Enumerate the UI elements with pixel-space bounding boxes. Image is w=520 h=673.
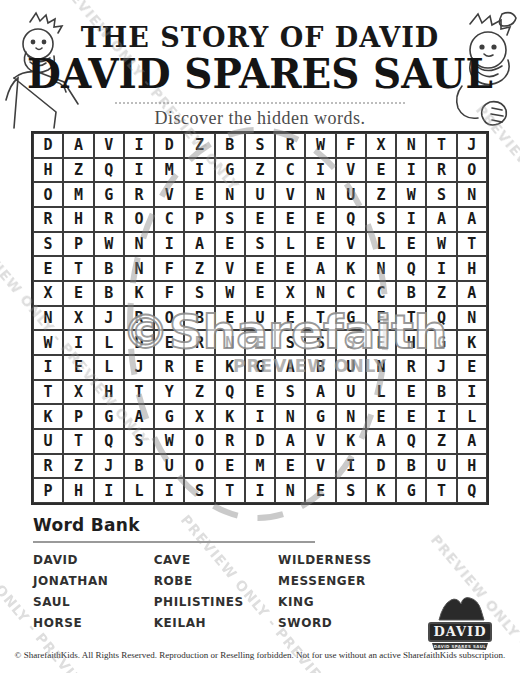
grid-cell-r10c10: B [305, 355, 335, 380]
grid-cell-r11c11: U [336, 380, 366, 405]
grid-cell-r9c2: I [63, 330, 93, 355]
grid-cell-r2c2: Z [63, 158, 93, 183]
grid-cell-r1c1: D [33, 133, 63, 158]
grid-cell-r3c6: E [184, 182, 214, 207]
grid-cell-r7c4: K [124, 281, 154, 306]
grid-cell-r11c4: T [124, 380, 154, 405]
grid-cell-r6c5: F [154, 256, 184, 281]
grid-cell-r2c4: I [124, 158, 154, 183]
dotted-divider [115, 102, 405, 104]
grid-cell-r7c13: B [396, 281, 426, 306]
grid-cell-r5c12: L [366, 232, 396, 257]
grid-cell-r6c9: E [275, 256, 305, 281]
grid-cell-r9c4: D [124, 330, 154, 355]
grid-cell-r6c10: A [305, 256, 335, 281]
grid-cell-r5c9: L [275, 232, 305, 257]
logo-name: DAVID [428, 622, 492, 642]
grid-cell-r11c9: S [275, 380, 305, 405]
logo-banner: DAVID SPARES SAUL [432, 643, 488, 650]
sharefaith-david-logo: DAVID DAVID SPARES SAUL [427, 596, 493, 654]
grid-cell-r1c15: J [457, 133, 487, 158]
grid-cell-r5c3: W [94, 232, 124, 257]
grid-cell-r3c9: V [275, 182, 305, 207]
word-bank-column: CAVEROBEPHILISTINESKEILAH [154, 553, 278, 630]
grid-cell-r14c9: E [275, 454, 305, 479]
word-bank-word: KEILAH [154, 616, 278, 630]
grid-cell-r9c7: N [215, 330, 245, 355]
grid-cell-r14c1: R [33, 454, 63, 479]
grid-cell-r13c12: A [366, 429, 396, 454]
grid-cell-r4c8: E [245, 207, 275, 232]
grid-cell-r9c9: S [275, 330, 305, 355]
grid-cell-r7c2: E [63, 281, 93, 306]
grid-cell-r3c2: M [63, 182, 93, 207]
grid-cell-r11c1: T [33, 380, 63, 405]
grid-cell-r8c11: G [336, 306, 366, 331]
grid-cell-r4c9: E [275, 207, 305, 232]
grid-cell-r11c13: E [396, 380, 426, 405]
grid-cell-r14c13: B [396, 454, 426, 479]
grid-cell-r5c8: S [245, 232, 275, 257]
grid-cell-r5c10: E [305, 232, 335, 257]
grid-cell-r5c6: A [184, 232, 214, 257]
grid-cell-r9c10: S [305, 330, 335, 355]
grid-cell-r14c6: O [184, 454, 214, 479]
grid-cell-r1c8: S [245, 133, 275, 158]
grid-cell-r4c10: E [305, 207, 335, 232]
grid-cell-r15c9: N [275, 478, 305, 503]
grid-cell-r8c12: F [366, 306, 396, 331]
grid-cell-r8c13: T [396, 306, 426, 331]
grid-cell-r7c10: N [305, 281, 335, 306]
grid-cell-r12c6: X [184, 404, 214, 429]
grid-cell-r3c4: R [124, 182, 154, 207]
grid-cell-r3c5: V [154, 182, 184, 207]
word-bank-column: DAVIDJONATHANSAULHORSE [33, 553, 154, 630]
grid-cell-r3c3: G [94, 182, 124, 207]
word-bank-word: JONATHAN [33, 574, 154, 588]
grid-cell-r10c7: K [215, 355, 245, 380]
grid-cell-r15c8: I [245, 478, 275, 503]
grid-cell-r8c14: Q [426, 306, 456, 331]
grid-cell-r7c1: X [33, 281, 63, 306]
grid-cell-r8c2: X [63, 306, 93, 331]
logo-emblem-icon [433, 596, 487, 622]
grid-cell-r10c3: L [94, 355, 124, 380]
grid-cell-r2c1: H [33, 158, 63, 183]
grid-cell-r2c9: C [275, 158, 305, 183]
grid-cell-r13c6: O [184, 429, 214, 454]
grid-cell-r13c2: T [63, 429, 93, 454]
grid-cell-r1c9: R [275, 133, 305, 158]
word-bank-word: KING [278, 595, 393, 609]
grid-cell-r10c14: J [426, 355, 456, 380]
grid-cell-r1c7: B [215, 133, 245, 158]
grid-cell-r7c5: F [154, 281, 184, 306]
grid-cell-r1c6: Z [184, 133, 214, 158]
grid-cell-r4c13: I [396, 207, 426, 232]
word-bank-column: WILDERNESSMESSENGERKINGSWORD [278, 553, 393, 630]
grid-cell-r8c6: B [184, 306, 214, 331]
grid-cell-r14c3: J [94, 454, 124, 479]
grid-cell-r4c7: S [215, 207, 245, 232]
grid-cell-r12c7: K [215, 404, 245, 429]
grid-cell-r13c10: V [305, 429, 335, 454]
grid-cell-r13c9: A [275, 429, 305, 454]
grid-cell-r2c13: I [396, 158, 426, 183]
word-bank-word: MESSENGER [278, 574, 393, 588]
grid-cell-r15c2: H [63, 478, 93, 503]
grid-cell-r4c11: Q [336, 207, 366, 232]
grid-cell-r14c4: B [124, 454, 154, 479]
word-bank-word: CAVE [154, 553, 278, 567]
word-bank-heading: Word Bank [33, 515, 393, 535]
grid-cell-r1c13: N [396, 133, 426, 158]
grid-cell-r2c15: O [457, 158, 487, 183]
grid-cell-r2c6: I [184, 158, 214, 183]
grid-cell-r15c10: E [305, 478, 335, 503]
grid-cell-r5c13: E [396, 232, 426, 257]
grid-cell-r12c8: I [245, 404, 275, 429]
grid-cell-r1c12: X [366, 133, 396, 158]
grid-cell-r15c7: T [215, 478, 245, 503]
grid-cell-r5c15: T [457, 232, 487, 257]
grid-cell-r7c6: S [184, 281, 214, 306]
grid-cell-r4c14: A [426, 207, 456, 232]
grid-cell-r6c8: E [245, 256, 275, 281]
grid-cell-r14c2: Z [63, 454, 93, 479]
grid-cell-r10c2: E [63, 355, 93, 380]
grid-cell-r13c14: Z [426, 429, 456, 454]
grid-cell-r12c15: L [457, 404, 487, 429]
grid-cell-r12c3: G [94, 404, 124, 429]
grid-cell-r8c3: J [94, 306, 124, 331]
grid-cell-r10c15: E [457, 355, 487, 380]
grid-cell-r8c1: N [33, 306, 63, 331]
grid-cell-r9c11: S [336, 330, 366, 355]
grid-cell-r10c8: G [245, 355, 275, 380]
grid-cell-r3c12: Z [366, 182, 396, 207]
grid-cell-r5c5: I [154, 232, 184, 257]
grid-cell-r7c8: E [245, 281, 275, 306]
word-search-grid: DAVIDZBSRWFXNTJHZQIMIGZCIVEIROOMGRVENUVN… [31, 131, 489, 505]
grid-cell-r9c1: W [33, 330, 63, 355]
word-bank-word: PHILISTINES [154, 595, 278, 609]
grid-cell-r13c13: Q [396, 429, 426, 454]
grid-cell-r10c11: U [336, 355, 366, 380]
grid-cell-r14c12: D [366, 454, 396, 479]
grid-cell-r3c15: N [457, 182, 487, 207]
grid-cell-r4c2: H [63, 207, 93, 232]
grid-cell-r4c6: P [184, 207, 214, 232]
grid-cell-r6c11: K [336, 256, 366, 281]
grid-cell-r7c12: C [366, 281, 396, 306]
grid-cell-r7c3: B [94, 281, 124, 306]
grid-cell-r9c8: E [245, 330, 275, 355]
grid-cell-r4c12: S [366, 207, 396, 232]
worksheet-page: THE STORY OF DAVID DAVID SPARES SAUL Dis… [0, 0, 520, 673]
grid-cell-r8c9: E [275, 306, 305, 331]
grid-cell-r15c15: Q [457, 478, 487, 503]
grid-cell-r12c1: K [33, 404, 63, 429]
grid-cell-r4c5: C [154, 207, 184, 232]
grid-cell-r1c10: W [305, 133, 335, 158]
word-bank-word: DAVID [33, 553, 154, 567]
grid-cell-r9c15: K [457, 330, 487, 355]
grid-cell-r1c2: A [63, 133, 93, 158]
grid-cell-r3c8: U [245, 182, 275, 207]
word-bank-divider [33, 541, 315, 543]
grid-cell-r4c1: R [33, 207, 63, 232]
grid-cell-r4c4: O [124, 207, 154, 232]
grid-cell-r6c1: E [33, 256, 63, 281]
header: THE STORY OF DAVID DAVID SPARES SAUL Dis… [0, 24, 520, 129]
grid-cell-r11c10: A [305, 380, 335, 405]
grid-cell-r5c2: P [63, 232, 93, 257]
grid-cell-r10c9: A [275, 355, 305, 380]
grid-cell-r15c12: K [366, 478, 396, 503]
grid-cell-r8c15: N [457, 306, 487, 331]
grid-cell-r12c13: E [396, 404, 426, 429]
grid-cell-r6c7: V [215, 256, 245, 281]
grid-cell-r11c7: Q [215, 380, 245, 405]
grid-cell-r12c5: G [154, 404, 184, 429]
page-subtitle-heading: DAVID SPARES SAUL [0, 51, 520, 96]
grid-cell-r6c6: Z [184, 256, 214, 281]
grid-cell-r10c5: R [154, 355, 184, 380]
copyright-text: © SharefaithKids. All Rights Reserved. R… [0, 650, 520, 660]
grid-cell-r2c8: Z [245, 158, 275, 183]
grid-cell-r3c7: N [215, 182, 245, 207]
grid-cell-r13c5: W [154, 429, 184, 454]
grid-cell-r12c4: A [124, 404, 154, 429]
grid-cell-r1c4: I [124, 133, 154, 158]
grid-cell-r6c13: Q [396, 256, 426, 281]
grid-cell-r12c12: E [366, 404, 396, 429]
grid-cell-r15c14: T [426, 478, 456, 503]
grid-cell-r2c3: Q [94, 158, 124, 183]
grid-cell-r11c15: I [457, 380, 487, 405]
grid-cell-r14c10: V [305, 454, 335, 479]
grid-cell-r11c5: Y [154, 380, 184, 405]
word-bank-word: ROBE [154, 574, 278, 588]
grid-cell-r2c10: I [305, 158, 335, 183]
grid-cell-r2c7: G [215, 158, 245, 183]
grid-cell-r13c11: K [336, 429, 366, 454]
grid-cell-r7c14: Z [426, 281, 456, 306]
instructions-text: Discover the hidden words. [0, 108, 520, 129]
word-bank-word: WILDERNESS [278, 553, 393, 567]
grid-cell-r5c11: V [336, 232, 366, 257]
grid-cell-r9c6: R [184, 330, 214, 355]
grid-cell-r2c12: E [366, 158, 396, 183]
grid-cell-r6c12: N [366, 256, 396, 281]
grid-cell-r5c14: W [426, 232, 456, 257]
grid-cell-r11c3: H [94, 380, 124, 405]
word-bank-word: SWORD [278, 616, 393, 630]
word-bank-word: SAUL [33, 595, 154, 609]
grid-cell-r10c4: J [124, 355, 154, 380]
grid-cell-r11c8: E [245, 380, 275, 405]
grid-cell-r12c14: I [426, 404, 456, 429]
grid-cell-r15c6: S [184, 478, 214, 503]
grid-cell-r7c9: X [275, 281, 305, 306]
grid-cell-r13c7: R [215, 429, 245, 454]
grid-cell-r13c15: A [457, 429, 487, 454]
grid-cell-r12c9: N [275, 404, 305, 429]
grid-cell-r7c11: C [336, 281, 366, 306]
grid-cell-r8c4: R [124, 306, 154, 331]
grid-cell-r10c13: R [396, 355, 426, 380]
grid-cell-r1c11: F [336, 133, 366, 158]
grid-cell-r11c12: L [366, 380, 396, 405]
grid-cell-r14c5: U [154, 454, 184, 479]
grid-cell-r8c10: T [305, 306, 335, 331]
grid-cell-r14c14: U [426, 454, 456, 479]
grid-cell-r13c3: Q [94, 429, 124, 454]
grid-cell-r9c12: E [366, 330, 396, 355]
grid-cell-r15c4: L [124, 478, 154, 503]
grid-cell-r14c8: M [245, 454, 275, 479]
grid-cell-r1c3: V [94, 133, 124, 158]
grid-cell-r5c4: N [124, 232, 154, 257]
grid-cell-r8c8: U [245, 306, 275, 331]
grid-cell-r15c11: S [336, 478, 366, 503]
grid-cell-r13c8: D [245, 429, 275, 454]
grid-cell-r15c13: G [396, 478, 426, 503]
grid-cell-r11c14: B [426, 380, 456, 405]
grid-cell-r2c14: R [426, 158, 456, 183]
grid-cell-r1c14: T [426, 133, 456, 158]
grid-cell-r3c11: U [336, 182, 366, 207]
grid-cell-r1c5: D [154, 133, 184, 158]
grid-cell-r6c14: I [426, 256, 456, 281]
grid-cell-r2c11: V [336, 158, 366, 183]
grid-cell-r11c2: X [63, 380, 93, 405]
grid-cell-r14c7: E [215, 454, 245, 479]
grid-cell-r14c15: H [457, 454, 487, 479]
grid-cell-r5c7: E [215, 232, 245, 257]
grid-cell-r6c15: H [457, 256, 487, 281]
grid-cell-r13c4: S [124, 429, 154, 454]
word-bank-word: HORSE [33, 616, 154, 630]
grid-cell-r12c10: G [305, 404, 335, 429]
grid-cell-r4c3: R [94, 207, 124, 232]
grid-cell-r8c7: E [215, 306, 245, 331]
grid-cell-r3c1: O [33, 182, 63, 207]
grid-cell-r10c12: N [366, 355, 396, 380]
grid-cell-r9c5: E [154, 330, 184, 355]
grid-cell-r4c15: A [457, 207, 487, 232]
grid-cell-r15c3: I [94, 478, 124, 503]
grid-cell-r15c5: I [154, 478, 184, 503]
grid-cell-r15c1: P [33, 478, 63, 503]
grid-cell-r8c5: O [154, 306, 184, 331]
grid-cell-r9c3: L [94, 330, 124, 355]
grid-cell-r2c5: M [154, 158, 184, 183]
grid-cell-r14c11: I [336, 454, 366, 479]
grid-cell-r10c6: E [184, 355, 214, 380]
word-bank: Word Bank DAVIDJONATHANSAULHORSECAVEROBE… [33, 515, 393, 630]
grid-cell-r3c14: S [426, 182, 456, 207]
grid-cell-r12c11: N [336, 404, 366, 429]
grid-cell-r3c10: N [305, 182, 335, 207]
grid-cell-r12c2: P [63, 404, 93, 429]
grid-cell-r9c14: G [426, 330, 456, 355]
grid-cell-r9c13: H [396, 330, 426, 355]
grid-cell-r6c2: T [63, 256, 93, 281]
grid-cell-r10c1: I [33, 355, 63, 380]
grid-cell-r6c4: N [124, 256, 154, 281]
grid-cell-r7c15: A [457, 281, 487, 306]
grid-cell-r11c6: Z [184, 380, 214, 405]
grid-cell-r6c3: B [94, 256, 124, 281]
grid-cell-r7c7: W [215, 281, 245, 306]
grid-cell-r5c1: S [33, 232, 63, 257]
grid-cell-r13c1: U [33, 429, 63, 454]
grid-cell-r3c13: W [396, 182, 426, 207]
